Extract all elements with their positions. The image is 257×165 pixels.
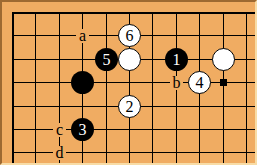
- go-board: 651423abcd: [0, 0, 257, 165]
- go-stone-black-5: 5: [95, 48, 118, 71]
- go-stone-black-plain: [71, 71, 94, 94]
- point-label-b: b: [170, 76, 183, 90]
- go-stone-white-4: 4: [188, 71, 211, 94]
- grid-line-horizontal: [12, 12, 255, 14]
- point-label-d: d: [53, 146, 66, 160]
- go-stone-white-6: 6: [118, 24, 141, 47]
- go-stone-white-2: 2: [118, 95, 141, 118]
- grid-line-horizontal: [12, 152, 255, 153]
- grid-line-horizontal: [12, 129, 255, 130]
- go-stone-black-3: 3: [71, 118, 94, 141]
- go-stone-black-1: 1: [165, 48, 188, 71]
- go-stone-white-plain: [118, 48, 141, 71]
- go-stone-white-plain: [212, 48, 235, 71]
- point-label-c: c: [53, 123, 66, 137]
- grid-line-horizontal: [12, 82, 255, 83]
- point-label-a: a: [76, 29, 89, 43]
- square-marker: [220, 79, 227, 86]
